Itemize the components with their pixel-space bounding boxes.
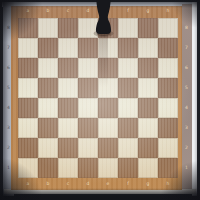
square-b6[interactable]	[38, 58, 58, 78]
square-a1[interactable]	[18, 158, 38, 178]
square-b8[interactable]	[38, 18, 58, 38]
square-h8[interactable]	[158, 18, 178, 38]
square-b4[interactable]	[38, 98, 58, 118]
square-f3[interactable]	[118, 118, 138, 138]
square-a5[interactable]	[18, 78, 38, 98]
square-a6[interactable]	[18, 58, 38, 78]
square-c1[interactable]	[58, 158, 78, 178]
square-h7[interactable]	[158, 38, 178, 58]
square-a3[interactable]	[18, 118, 38, 138]
square-e3[interactable]	[98, 118, 118, 138]
square-c3[interactable]	[58, 118, 78, 138]
square-a8[interactable]	[18, 18, 38, 38]
square-c6[interactable]	[58, 58, 78, 78]
square-a2[interactable]	[18, 138, 38, 158]
chessboard-photo: aabbccddeeffgghh8877665544332211	[0, 0, 200, 200]
square-h3[interactable]	[158, 118, 178, 138]
square-d2[interactable]	[78, 138, 98, 158]
square-f7[interactable]	[118, 38, 138, 58]
square-h4[interactable]	[158, 98, 178, 118]
square-d6[interactable]	[78, 58, 98, 78]
square-h5[interactable]	[158, 78, 178, 98]
square-a4[interactable]	[18, 98, 38, 118]
square-g6[interactable]	[138, 58, 158, 78]
square-b5[interactable]	[38, 78, 58, 98]
square-c4[interactable]	[58, 98, 78, 118]
piece-reflection	[99, 35, 108, 87]
square-g1[interactable]	[138, 158, 158, 178]
square-b7[interactable]	[38, 38, 58, 58]
square-c7[interactable]	[58, 38, 78, 58]
square-g5[interactable]	[138, 78, 158, 98]
square-g7[interactable]	[138, 38, 158, 58]
chess-board[interactable]	[18, 18, 178, 178]
square-d4[interactable]	[78, 98, 98, 118]
frame-right-highlight	[192, 2, 197, 196]
square-f8[interactable]	[118, 18, 138, 38]
square-d3[interactable]	[78, 118, 98, 138]
square-c8[interactable]	[58, 18, 78, 38]
square-f1[interactable]	[118, 158, 138, 178]
square-e4[interactable]	[98, 98, 118, 118]
square-g8[interactable]	[138, 18, 158, 38]
square-f2[interactable]	[118, 138, 138, 158]
square-d7[interactable]	[78, 38, 98, 58]
square-f6[interactable]	[118, 58, 138, 78]
square-f5[interactable]	[118, 78, 138, 98]
square-d1[interactable]	[78, 158, 98, 178]
square-h2[interactable]	[158, 138, 178, 158]
square-e1[interactable]	[98, 158, 118, 178]
square-e2[interactable]	[98, 138, 118, 158]
square-f4[interactable]	[118, 98, 138, 118]
square-c5[interactable]	[58, 78, 78, 98]
square-c2[interactable]	[58, 138, 78, 158]
square-b1[interactable]	[38, 158, 58, 178]
square-h6[interactable]	[158, 58, 178, 78]
square-d5[interactable]	[78, 78, 98, 98]
square-a7[interactable]	[18, 38, 38, 58]
square-g2[interactable]	[138, 138, 158, 158]
square-g4[interactable]	[138, 98, 158, 118]
frame-right-edge	[182, 4, 192, 194]
square-h1[interactable]	[158, 158, 178, 178]
square-b2[interactable]	[38, 138, 58, 158]
square-g3[interactable]	[138, 118, 158, 138]
square-b3[interactable]	[38, 118, 58, 138]
